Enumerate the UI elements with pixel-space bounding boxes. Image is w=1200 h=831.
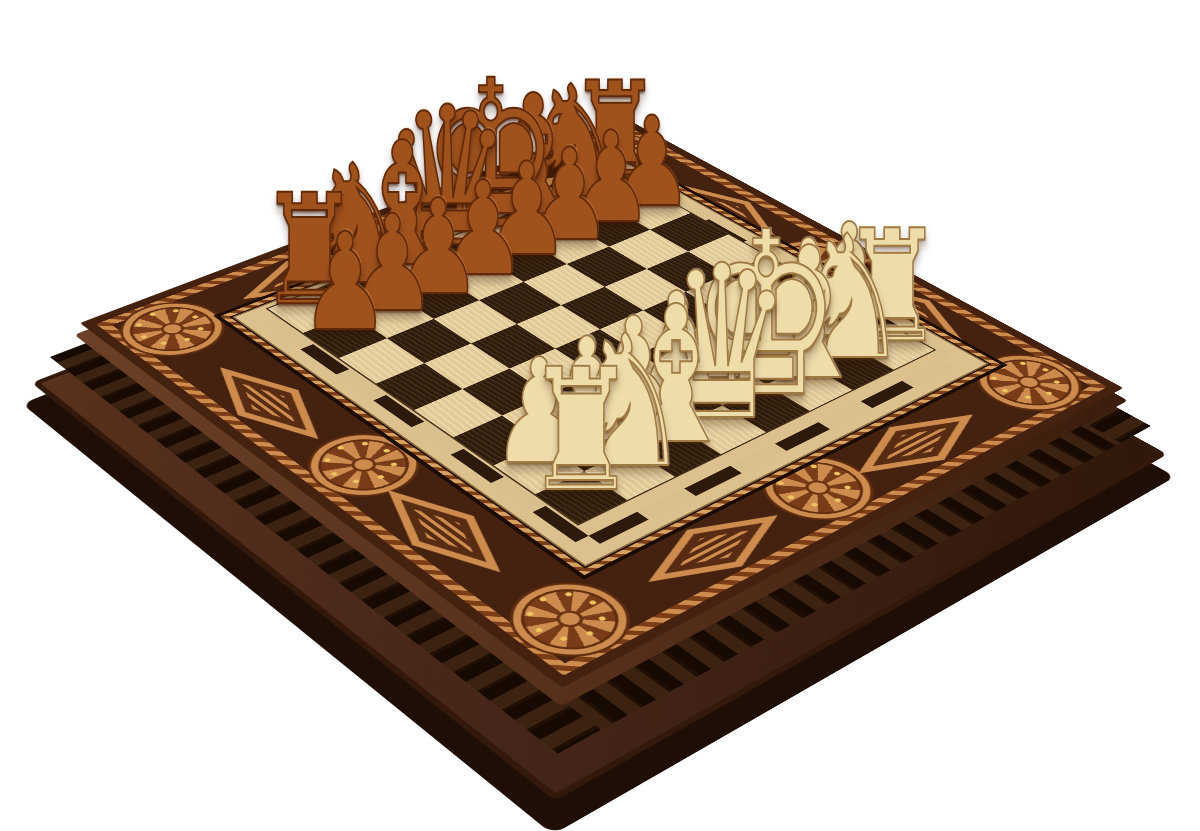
pieces-layer: ♜♞♝♛♚♝♞♜♟♟♟♟♟♟♟♟♟♟♟♟♟♟♟♟♜♞♝♛♚♝♞♜ [0,0,1200,831]
chess-set-photo: ♜♞♝♛♚♝♞♜♟♟♟♟♟♟♟♟♟♟♟♟♟♟♟♟♜♞♝♛♚♝♞♜ [0,0,1200,831]
light-rook[interactable]: ♜ [525,347,638,516]
dark-pawn[interactable]: ♟ [300,216,390,351]
